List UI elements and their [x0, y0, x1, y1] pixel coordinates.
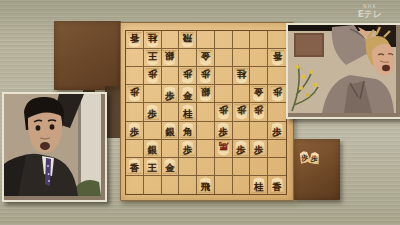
shogi-piece[interactable]: 金 [180, 86, 195, 102]
shogi-piece[interactable]: 角 [180, 122, 195, 138]
board-cell[interactable] [126, 103, 144, 121]
shogi-piece[interactable]: 銀 [162, 50, 177, 66]
shogi-piece[interactable]: 桂 [145, 32, 160, 48]
komadai-sente: 歩歩 [294, 139, 340, 200]
board-cell[interactable]: 歩 [144, 103, 162, 121]
board-cell[interactable]: 銀 [162, 49, 180, 67]
board-cell[interactable] [162, 103, 180, 121]
board-cell[interactable]: 飛 [197, 176, 215, 194]
board-cell[interactable] [179, 158, 197, 176]
board-cell[interactable] [144, 85, 162, 103]
board-cell[interactable]: 桂 [250, 176, 268, 194]
board-cell[interactable]: 角 [179, 122, 197, 140]
shogi-piece[interactable]: 銀 [198, 86, 213, 102]
shogi-piece[interactable]: 飛 [180, 32, 195, 48]
shogi-piece[interactable]: 銀 [162, 122, 177, 138]
board-cell[interactable]: 歩 [233, 103, 251, 121]
board-cell[interactable] [268, 103, 286, 121]
board-cell[interactable]: 金 [250, 85, 268, 103]
board-cell[interactable]: 歩 [250, 103, 268, 121]
shogi-piece[interactable]: 歩 [216, 104, 231, 120]
board-cell[interactable] [215, 158, 233, 176]
komadai-gote [54, 21, 121, 90]
board-grid: 香桂飛王銀金香歩歩歩桂歩歩金銀金歩歩桂歩歩歩歩銀角歩歩銀歩馬歩歩香王金飛桂香 [125, 30, 287, 195]
board-cell[interactable] [144, 122, 162, 140]
board-cell[interactable]: 歩 [179, 140, 197, 158]
board-cell[interactable] [197, 31, 215, 49]
board-cell[interactable] [162, 31, 180, 49]
shogi-piece[interactable]: 金 [251, 86, 266, 102]
board-cell[interactable] [233, 49, 251, 67]
reaction-photo-left [2, 92, 107, 202]
board-cell[interactable] [162, 67, 180, 85]
board-cell[interactable] [233, 85, 251, 103]
shogi-piece[interactable]: 歩 [145, 104, 160, 120]
board-cell[interactable]: 香 [268, 49, 286, 67]
board-cell[interactable] [126, 140, 144, 158]
board-cell[interactable]: 王 [144, 49, 162, 67]
board-cell[interactable]: 香 [268, 176, 286, 194]
board-cell[interactable] [215, 31, 233, 49]
shogi-piece[interactable]: 飛 [198, 177, 213, 193]
kimono-man-illustration [288, 25, 396, 113]
board-cell[interactable] [144, 176, 162, 194]
board-cell[interactable]: 歩 [162, 85, 180, 103]
board-cell[interactable]: 歩 [144, 67, 162, 85]
board-cell[interactable]: 桂 [144, 31, 162, 49]
shogi-piece[interactable]: 歩 [198, 68, 213, 84]
board-cell[interactable] [162, 140, 180, 158]
board-cell[interactable] [126, 49, 144, 67]
board-cell[interactable] [215, 67, 233, 85]
studio-object [105, 86, 121, 138]
board-cell[interactable]: 金 [179, 85, 197, 103]
shogi-piece[interactable]: 王 [145, 158, 160, 174]
captured-pieces-tray: 歩歩 [294, 139, 340, 200]
broadcast-frame: 香桂飛王銀金香歩歩歩桂歩歩金銀金歩歩桂歩歩歩歩銀角歩歩銀歩馬歩歩香王金飛桂香 歩… [0, 0, 400, 225]
shogi-piece[interactable]: 香 [270, 50, 285, 66]
shogi-piece[interactable]: 歩 [251, 140, 266, 156]
shogi-piece[interactable]: 歩 [127, 122, 142, 138]
board-cell[interactable] [268, 31, 286, 49]
shogi-piece[interactable]: 香 [127, 158, 142, 174]
board-cell[interactable] [233, 31, 251, 49]
board-cell[interactable]: 銀 [144, 140, 162, 158]
captured-piece[interactable]: 歩 [308, 151, 321, 165]
shogi-piece[interactable]: 歩 [234, 104, 249, 120]
shogi-piece[interactable]: 歩 [270, 86, 285, 102]
board-cell[interactable]: 歩 [215, 122, 233, 140]
board-cell[interactable] [250, 49, 268, 67]
shogi-piece[interactable]: 歩 [216, 122, 231, 138]
board-cell[interactable] [126, 67, 144, 85]
shogi-piece[interactable]: 歩 [162, 86, 177, 102]
shogi-piece[interactable]: 歩 [180, 140, 195, 156]
board-cell[interactable]: 香 [126, 158, 144, 176]
board-cell[interactable] [126, 176, 144, 194]
board-cell[interactable]: 歩 [250, 140, 268, 158]
board-cell[interactable] [233, 158, 251, 176]
shogi-piece[interactable]: 歩 [234, 140, 249, 156]
board-cell[interactable] [197, 122, 215, 140]
board-cell[interactable]: 桂 [179, 103, 197, 121]
shogi-piece[interactable]: 歩 [180, 68, 195, 84]
board-cell[interactable]: 馬 [215, 140, 233, 158]
shogi-piece[interactable]: 桂 [180, 104, 195, 120]
shogi-piece[interactable]: 歩 [145, 68, 160, 84]
shogi-piece[interactable]: 王 [145, 50, 160, 66]
board-cell[interactable] [215, 176, 233, 194]
shogi-piece[interactable]: 銀 [145, 140, 160, 156]
board-cell[interactable]: 歩 [215, 103, 233, 121]
board-cell[interactable]: 歩 [126, 122, 144, 140]
shogi-piece[interactable]: 馬 [216, 140, 231, 156]
shogi-piece[interactable]: 歩 [270, 122, 285, 138]
board-cell[interactable] [179, 176, 197, 194]
board-cell[interactable]: 歩 [197, 67, 215, 85]
board-cell[interactable]: 桂 [233, 67, 251, 85]
board-cell[interactable] [215, 85, 233, 103]
shogi-piece[interactable]: 香 [127, 32, 142, 48]
board-cell[interactable]: 王 [144, 158, 162, 176]
board-cell[interactable] [233, 176, 251, 194]
board-cell[interactable] [250, 31, 268, 49]
board-cell[interactable]: 金 [197, 49, 215, 67]
board-cell[interactable] [215, 49, 233, 67]
shogi-board: 香桂飛王銀金香歩歩歩桂歩歩金銀金歩歩桂歩歩歩歩銀角歩歩銀歩馬歩歩香王金飛桂香 [120, 22, 294, 201]
board-cell[interactable]: 銀 [162, 122, 180, 140]
board-cell[interactable]: 香 [126, 31, 144, 49]
board-cell[interactable]: 歩 [179, 67, 197, 85]
shogi-piece[interactable]: 桂 [251, 177, 266, 193]
shogi-piece[interactable]: 桂 [234, 68, 249, 84]
board-cell[interactable]: 歩 [268, 85, 286, 103]
reaction-photo-right [286, 23, 400, 119]
shogi-piece[interactable]: 歩 [251, 104, 266, 120]
suit-man-illustration [4, 94, 101, 196]
board-cell[interactable]: 歩 [126, 85, 144, 103]
board-cell[interactable] [250, 67, 268, 85]
board-cell[interactable]: 歩 [268, 122, 286, 140]
board-cell[interactable]: 飛 [179, 31, 197, 49]
board-cell[interactable] [162, 176, 180, 194]
board-cell[interactable] [197, 103, 215, 121]
board-cell[interactable] [179, 49, 197, 67]
board-cell[interactable]: 金 [162, 158, 180, 176]
board-cell[interactable] [233, 122, 251, 140]
shogi-piece[interactable]: 金 [162, 158, 177, 174]
board-cell[interactable] [268, 158, 286, 176]
board-cell[interactable]: 歩 [233, 140, 251, 158]
board-cell[interactable] [250, 158, 268, 176]
shogi-piece[interactable]: 歩 [127, 86, 142, 102]
shogi-piece[interactable]: 金 [198, 50, 213, 66]
board-cell[interactable] [250, 122, 268, 140]
board-cell[interactable] [268, 140, 286, 158]
board-cell[interactable] [197, 158, 215, 176]
board-cell[interactable] [197, 140, 215, 158]
board-cell[interactable]: 銀 [197, 85, 215, 103]
board-cell[interactable] [268, 67, 286, 85]
shogi-piece[interactable]: 香 [270, 177, 285, 193]
